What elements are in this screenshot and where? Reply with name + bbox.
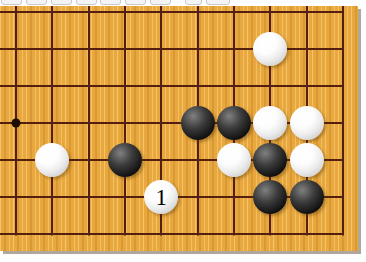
toolbar-button-remnant[interactable] (100, 0, 121, 5)
board-intersection[interactable] (107, 216, 143, 252)
black-stone (290, 180, 324, 214)
board-intersection[interactable] (0, 216, 34, 252)
board-intersection[interactable] (34, 216, 70, 252)
board-intersection[interactable] (143, 6, 179, 31)
board-intersection[interactable] (0, 142, 34, 179)
white-stone (253, 106, 287, 140)
black-stone (253, 143, 287, 177)
board-intersection[interactable] (71, 105, 107, 142)
board-intersection[interactable] (288, 68, 324, 105)
board-intersection[interactable] (143, 105, 179, 142)
black-stone (253, 180, 287, 214)
board-intersection[interactable] (34, 68, 70, 105)
toolbar-button-remnant[interactable] (51, 0, 72, 5)
board-intersection[interactable] (107, 31, 143, 68)
board-intersection[interactable] (288, 216, 324, 252)
board-intersection[interactable] (179, 179, 215, 216)
board-intersection[interactable] (216, 216, 252, 252)
black-stone (108, 143, 142, 177)
board-intersection[interactable] (34, 105, 70, 142)
board-intersection[interactable] (34, 179, 70, 216)
white-stone (253, 32, 287, 66)
board-intersection[interactable] (325, 68, 358, 105)
board-intersection[interactable] (0, 31, 34, 68)
board-intersection[interactable] (71, 179, 107, 216)
board-intersection[interactable] (71, 216, 107, 252)
board-intersection[interactable] (107, 105, 143, 142)
board-intersection[interactable] (0, 6, 34, 31)
board-intersection[interactable] (143, 31, 179, 68)
board-intersection[interactable] (216, 31, 252, 68)
board-intersection[interactable] (325, 216, 358, 252)
board-intersection[interactable] (252, 6, 288, 31)
board-intersection[interactable] (179, 142, 215, 179)
toolbar-button-remnant[interactable] (185, 0, 202, 5)
go-diagram-window: 1 (0, 0, 366, 262)
board-intersection[interactable] (71, 142, 107, 179)
board-intersection[interactable] (0, 68, 34, 105)
board-intersection[interactable] (107, 6, 143, 31)
board-intersection[interactable] (34, 31, 70, 68)
board-intersection[interactable] (143, 142, 179, 179)
board-intersection[interactable] (107, 68, 143, 105)
board-intersection[interactable] (179, 31, 215, 68)
white-stone: 1 (144, 180, 178, 214)
board-intersection[interactable] (216, 68, 252, 105)
black-stone (181, 106, 215, 140)
board-intersection[interactable] (0, 105, 34, 142)
board-intersection[interactable] (252, 68, 288, 105)
board-intersection[interactable] (0, 179, 34, 216)
toolbar-button-remnant[interactable] (1, 0, 22, 5)
board-intersection[interactable] (325, 105, 358, 142)
board-intersection[interactable] (179, 6, 215, 31)
toolbar-button-remnant[interactable] (206, 0, 230, 5)
white-stone (290, 106, 324, 140)
white-stone (217, 143, 251, 177)
toolbar-remnant (0, 0, 366, 6)
board-intersection[interactable] (216, 6, 252, 31)
board-intersection[interactable] (107, 179, 143, 216)
board-intersection[interactable] (288, 31, 324, 68)
toolbar-button-remnant[interactable] (125, 0, 146, 5)
move-number-label: 1 (144, 180, 178, 214)
board-intersection[interactable] (216, 179, 252, 216)
board-intersection[interactable] (325, 6, 358, 31)
board-intersection[interactable] (71, 31, 107, 68)
go-board: 1 (0, 6, 358, 251)
board-intersection[interactable] (34, 6, 70, 31)
board-intersection[interactable] (143, 68, 179, 105)
board-intersection[interactable] (325, 179, 358, 216)
board-intersection[interactable] (325, 31, 358, 68)
board-intersection[interactable] (179, 216, 215, 252)
white-stone (290, 143, 324, 177)
board-intersection[interactable] (71, 6, 107, 31)
board-intersection[interactable] (179, 68, 215, 105)
toolbar-button-remnant[interactable] (76, 0, 97, 5)
board-intersection[interactable] (252, 216, 288, 252)
black-stone (217, 106, 251, 140)
toolbar-button-remnant[interactable] (150, 0, 171, 5)
toolbar-button-remnant[interactable] (26, 0, 47, 5)
board-intersection[interactable] (288, 6, 324, 31)
board-intersection[interactable] (71, 68, 107, 105)
board-intersection[interactable] (143, 216, 179, 252)
star-point (12, 119, 21, 128)
board-intersection[interactable] (325, 142, 358, 179)
